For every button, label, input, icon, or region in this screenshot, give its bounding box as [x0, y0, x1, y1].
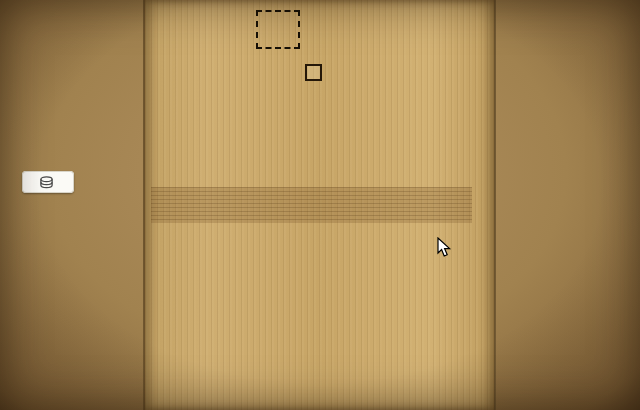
coins-icon	[39, 176, 54, 189]
board[interactable]	[137, 13, 487, 397]
donate-badge	[22, 171, 74, 193]
xiangqi-app-window	[0, 0, 640, 410]
selected-piece-marker	[256, 10, 300, 49]
mouse-cursor	[437, 237, 452, 258]
